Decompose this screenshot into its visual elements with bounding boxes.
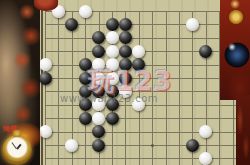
black-stone [92, 45, 105, 58]
grid-line-horizontal [45, 118, 250, 119]
black-stone [186, 139, 199, 152]
black-stone [106, 18, 119, 31]
game-window: 玩123 www.wan123.com 悔棋 [0, 0, 250, 165]
white-stone [65, 139, 78, 152]
grid-line-horizontal [45, 132, 250, 133]
white-stone [186, 18, 199, 31]
black-stone [119, 45, 132, 58]
white-stone [106, 31, 119, 44]
white-stone [39, 58, 52, 71]
pocket-watch-timer [2, 135, 32, 165]
white-stone [92, 112, 105, 125]
white-stone [199, 125, 212, 138]
white-stone [79, 5, 92, 18]
grid-line-vertical [179, 11, 180, 165]
black-stone [119, 18, 132, 31]
gourd-mascot-decoration [220, 0, 250, 100]
white-stone [199, 152, 212, 165]
black-stone [79, 112, 92, 125]
grid-line-vertical [206, 11, 207, 165]
watch-crown [13, 130, 21, 137]
grid-line-horizontal [45, 105, 250, 106]
grid-line-vertical [58, 11, 59, 165]
black-stone [65, 18, 78, 31]
star-point [151, 144, 154, 147]
black-stone [92, 139, 105, 152]
black-stone [106, 112, 119, 125]
black-stone [92, 31, 105, 44]
grid-line-horizontal [45, 158, 250, 159]
black-stone [119, 31, 132, 44]
watermark-url-text: www.wan123.com [60, 93, 158, 104]
black-stone [92, 125, 105, 138]
black-stone [199, 45, 212, 58]
grid-line-vertical [45, 11, 46, 165]
carved-wood-decoration [236, 95, 250, 165]
black-stone [39, 72, 52, 85]
white-stone [106, 45, 119, 58]
white-stone [132, 45, 145, 58]
